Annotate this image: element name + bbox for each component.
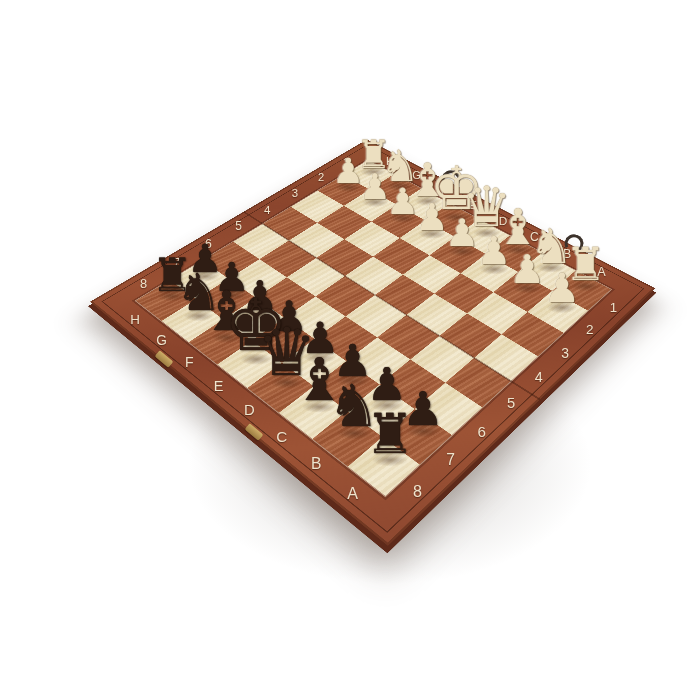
product-photo-scene: ♜♞♝♛♚♝♞♜♟♟♟♟♟♟♟♟♟♟♟♟♟♟♟♟♜♞♝♛♚♝♞♜AABBCCDD…	[0, 0, 700, 700]
